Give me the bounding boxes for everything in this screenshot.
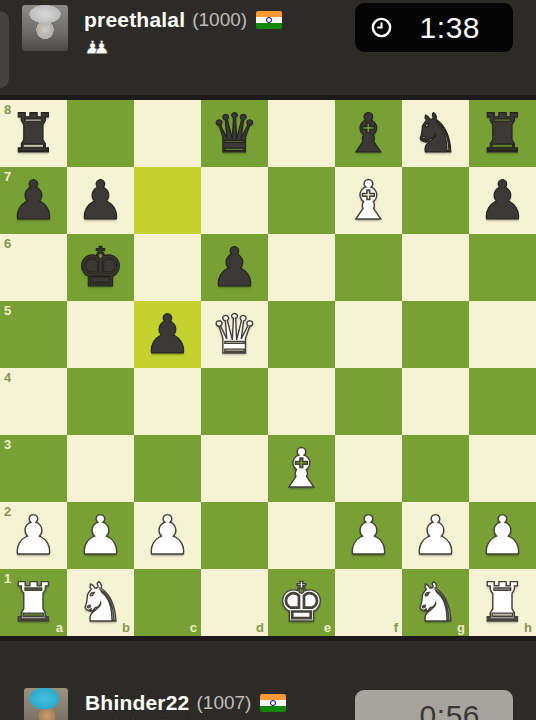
square-a8[interactable]: 8♜ [0, 100, 67, 167]
square-b4[interactable] [67, 368, 134, 435]
bottom-player-rating: (1007) [197, 692, 252, 714]
square-e3[interactable]: ♝ [268, 435, 335, 502]
square-a6[interactable]: 6 [0, 234, 67, 301]
bottom-player-time: 0:56 [355, 699, 513, 720]
square-g7[interactable] [402, 167, 469, 234]
square-f1[interactable]: f [335, 569, 402, 636]
square-c3[interactable] [134, 435, 201, 502]
top-player-name: preethalal [84, 8, 185, 32]
top-player-captured-pieces: ♟♟ [84, 36, 110, 58]
rank-label-2: 2 [4, 505, 11, 518]
bottom-player-clock: 0:56 [355, 690, 513, 720]
file-label-g: g [457, 621, 465, 634]
bottom-player-avatar[interactable] [24, 688, 68, 720]
white-pawn[interactable]: ♟ [67, 502, 134, 569]
board-bottom-edge [0, 636, 536, 641]
square-g6[interactable] [402, 234, 469, 301]
square-b3[interactable] [67, 435, 134, 502]
square-a4[interactable]: 4 [0, 368, 67, 435]
square-h5[interactable] [469, 301, 536, 368]
square-d2[interactable] [201, 502, 268, 569]
square-d5[interactable]: ♛ [201, 301, 268, 368]
captured-pawn-icon: ♟ [108, 712, 123, 720]
square-b8[interactable] [67, 100, 134, 167]
file-label-e: e [324, 621, 331, 634]
square-g2[interactable]: ♟ [402, 502, 469, 569]
white-queen[interactable]: ♛ [201, 301, 268, 368]
black-king[interactable]: ♚ [67, 234, 134, 301]
square-c5[interactable]: ♟ [134, 301, 201, 368]
square-d1[interactable]: d [201, 569, 268, 636]
black-knight[interactable]: ♞ [402, 100, 469, 167]
square-a2[interactable]: 2♟ [0, 502, 67, 569]
square-f3[interactable] [335, 435, 402, 502]
black-pawn[interactable]: ♟ [201, 234, 268, 301]
square-f5[interactable] [335, 301, 402, 368]
captured-pawn-icon: ♟ [143, 712, 158, 720]
square-g4[interactable] [402, 368, 469, 435]
captured-bishop-icon: ♝ [177, 712, 192, 720]
square-e6[interactable] [268, 234, 335, 301]
square-h7[interactable]: ♟ [469, 167, 536, 234]
chess-board: 8♜♛♝♞♜7♟♟♝♟6♚♟5♟♛43♝2♟♟♟♟♟♟1a♜b♞cde♚fg♞h… [0, 100, 536, 636]
top-player-name-row: preethalal (1000) [84, 8, 282, 32]
square-d6[interactable]: ♟ [201, 234, 268, 301]
square-f2[interactable]: ♟ [335, 502, 402, 569]
black-rook[interactable]: ♜ [469, 100, 536, 167]
square-e2[interactable] [268, 502, 335, 569]
white-bishop[interactable]: ♝ [335, 167, 402, 234]
square-h1[interactable]: h♜ [469, 569, 536, 636]
black-queen[interactable]: ♛ [201, 100, 268, 167]
white-pawn[interactable]: ♟ [335, 502, 402, 569]
square-b1[interactable]: b♞ [67, 569, 134, 636]
rank-label-4: 4 [4, 371, 11, 384]
square-g8[interactable]: ♞ [402, 100, 469, 167]
square-e4[interactable] [268, 368, 335, 435]
rank-label-7: 7 [4, 170, 11, 183]
square-h6[interactable] [469, 234, 536, 301]
rank-label-6: 6 [4, 237, 11, 250]
captured-pawn-icon: ♟ [125, 712, 140, 720]
square-g5[interactable] [402, 301, 469, 368]
india-flag-icon [256, 11, 282, 29]
file-label-a: a [56, 621, 63, 634]
rank-label-3: 3 [4, 438, 11, 451]
square-c1[interactable]: c [134, 569, 201, 636]
file-label-b: b [122, 621, 130, 634]
square-a5[interactable]: 5 [0, 301, 67, 368]
drawer-handle[interactable] [0, 11, 9, 88]
square-e5[interactable] [268, 301, 335, 368]
square-g3[interactable] [402, 435, 469, 502]
clock-icon [370, 16, 393, 39]
file-label-c: c [190, 621, 197, 634]
square-e1[interactable]: e♚ [268, 569, 335, 636]
top-player-time: 1:38 [393, 11, 513, 45]
white-bishop[interactable]: ♝ [268, 435, 335, 502]
square-a3[interactable]: 3 [0, 435, 67, 502]
square-h2[interactable]: ♟ [469, 502, 536, 569]
white-pawn[interactable]: ♟ [402, 502, 469, 569]
square-d7[interactable] [201, 167, 268, 234]
india-flag-icon [260, 694, 286, 712]
square-d3[interactable] [201, 435, 268, 502]
square-b7[interactable]: ♟ [67, 167, 134, 234]
square-d4[interactable] [201, 368, 268, 435]
rank-label-5: 5 [4, 304, 11, 317]
square-d8[interactable]: ♛ [201, 100, 268, 167]
square-c2[interactable]: ♟ [134, 502, 201, 569]
square-e7[interactable] [268, 167, 335, 234]
square-f8[interactable]: ♝ [335, 100, 402, 167]
white-pawn[interactable]: ♟ [469, 502, 536, 569]
bottom-player-captured-pieces: ♟♟♟♞♝ [108, 712, 192, 720]
rank-label-1: 1 [4, 572, 11, 585]
top-player-rating: (1000) [192, 9, 247, 31]
square-b5[interactable] [67, 301, 134, 368]
file-label-d: d [256, 621, 264, 634]
square-c4[interactable] [134, 368, 201, 435]
square-e8[interactable] [268, 100, 335, 167]
top-player-avatar[interactable] [22, 5, 68, 51]
square-c7[interactable] [134, 167, 201, 234]
square-c8[interactable] [134, 100, 201, 167]
square-b6[interactable]: ♚ [67, 234, 134, 301]
black-pawn[interactable]: ♟ [67, 167, 134, 234]
game-screen: preethalal (1000) ♟♟ 1:38 8♜♛♝♞♜7♟♟♝♟6♚♟… [0, 0, 536, 720]
captured-knight-icon: ♞ [160, 712, 175, 720]
file-label-f: f [394, 621, 398, 634]
square-f6[interactable] [335, 234, 402, 301]
black-pawn[interactable]: ♟ [469, 167, 536, 234]
square-h3[interactable] [469, 435, 536, 502]
file-label-h: h [524, 621, 532, 634]
square-h8[interactable]: ♜ [469, 100, 536, 167]
black-pawn[interactable]: ♟ [134, 301, 201, 368]
square-h4[interactable] [469, 368, 536, 435]
square-a1[interactable]: 1a♜ [0, 569, 67, 636]
captured-pawn-icon: ♟ [93, 36, 110, 58]
square-f4[interactable] [335, 368, 402, 435]
square-a7[interactable]: 7♟ [0, 167, 67, 234]
square-c6[interactable] [134, 234, 201, 301]
rank-label-8: 8 [4, 103, 11, 116]
top-player-clock: 1:38 [355, 3, 513, 52]
white-pawn[interactable]: ♟ [134, 502, 201, 569]
square-g1[interactable]: g♞ [402, 569, 469, 636]
square-b2[interactable]: ♟ [67, 502, 134, 569]
square-f7[interactable]: ♝ [335, 167, 402, 234]
black-bishop[interactable]: ♝ [335, 100, 402, 167]
